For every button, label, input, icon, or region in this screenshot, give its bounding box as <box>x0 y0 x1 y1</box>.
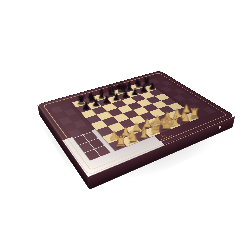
power-button[interactable] <box>218 125 221 129</box>
pawn-glyph: ♟ <box>120 90 131 99</box>
piece-black-pawn-a7[interactable]: ♟ <box>76 104 91 112</box>
pawn-glyph: ♟ <box>91 98 102 107</box>
brand-text-mark <box>160 135 172 140</box>
capture-cell <box>202 107 216 115</box>
pawn-glyph: ♟ <box>80 101 92 110</box>
photo-background: ♘ ♜♞♝♛♚♝♞♜♟♟♟♟♟♟♟♟♟♟♟♟♟♟♟♟♜♞♝♛♚♝♞♜ <box>0 0 250 250</box>
knight-glyph: ♞ <box>126 130 139 143</box>
pawn-glyph: ♟ <box>101 95 112 104</box>
rook-glyph: ♜ <box>114 135 128 148</box>
bishop-glyph: ♝ <box>137 126 150 140</box>
chess-set-3d: ♘ ♜♞♝♛♚♝♞♜♟♟♟♟♟♟♟♟♟♟♟♟♟♟♟♟♜♞♝♛♚♝♞♜ <box>37 71 235 177</box>
pawn-glyph: ♟ <box>111 93 122 102</box>
pawn-glyph: ♟ <box>130 87 141 96</box>
